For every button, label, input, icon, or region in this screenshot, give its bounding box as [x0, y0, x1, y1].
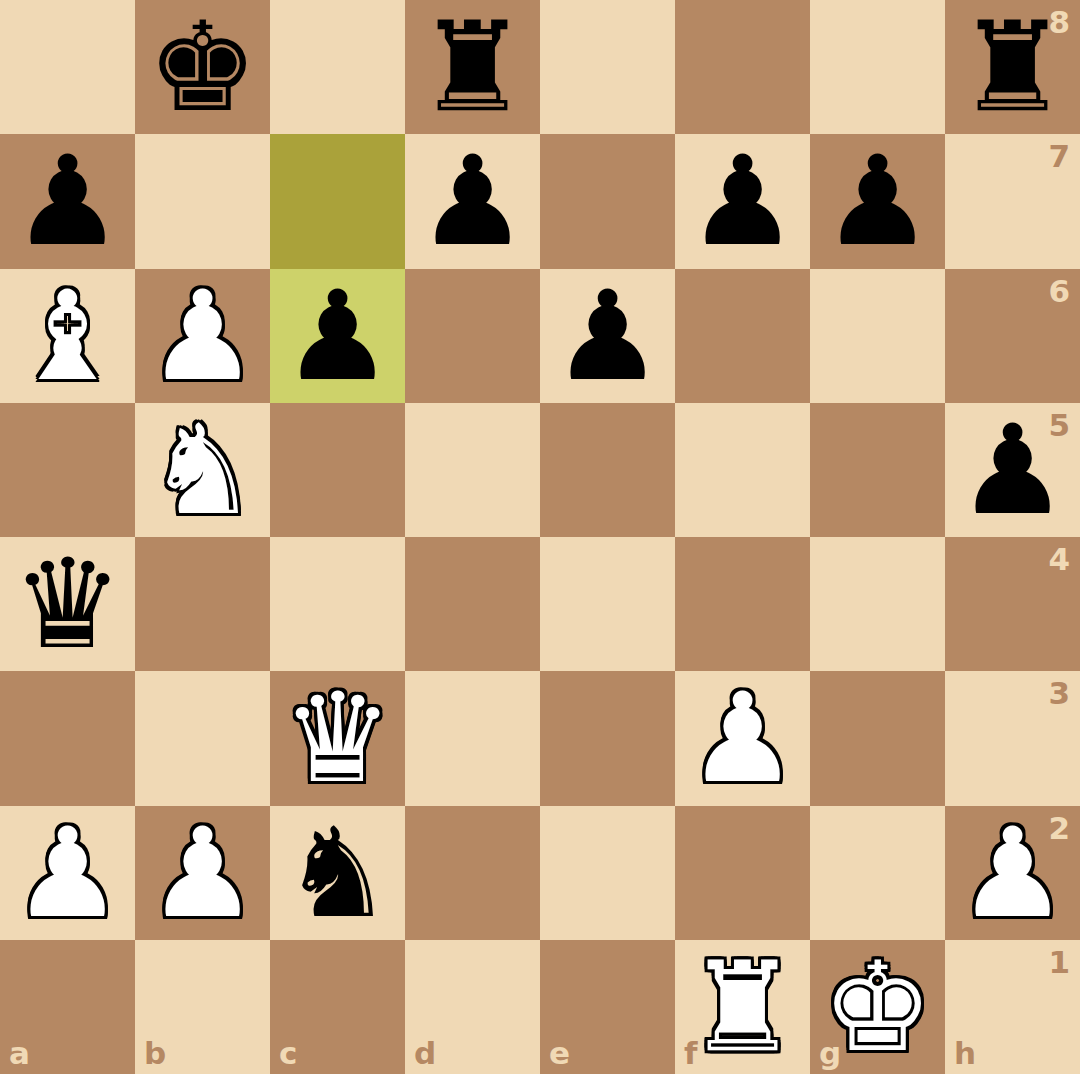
rank-label-1: 1 [1048, 947, 1070, 978]
square-d1[interactable]: d [405, 940, 540, 1074]
square-e2[interactable] [540, 806, 675, 940]
square-g5[interactable] [810, 403, 945, 537]
square-g7[interactable]: ♟ [810, 134, 945, 268]
square-h1[interactable]: 1h [945, 940, 1080, 1074]
black-pawn[interactable]: ♟ [552, 274, 663, 398]
black-pawn[interactable]: ♟ [12, 139, 123, 263]
square-f2[interactable] [675, 806, 810, 940]
square-f3[interactable]: ♟ [675, 671, 810, 805]
square-f4[interactable] [675, 537, 810, 671]
square-b3[interactable] [135, 671, 270, 805]
square-c7[interactable] [270, 134, 405, 268]
file-label-a: a [9, 1038, 30, 1069]
square-c5[interactable] [270, 403, 405, 537]
rank-label-4: 4 [1048, 544, 1070, 575]
square-f6[interactable] [675, 269, 810, 403]
white-pawn[interactable]: ♟ [147, 811, 258, 935]
square-h7[interactable]: 7 [945, 134, 1080, 268]
square-b1[interactable]: b [135, 940, 270, 1074]
square-d2[interactable] [405, 806, 540, 940]
black-pawn[interactable]: ♟ [822, 139, 933, 263]
square-a2[interactable]: ♟ [0, 806, 135, 940]
square-c8[interactable] [270, 0, 405, 134]
square-c6[interactable]: ♟ [270, 269, 405, 403]
square-e4[interactable] [540, 537, 675, 671]
white-pawn[interactable]: ♟ [957, 811, 1068, 935]
square-e1[interactable]: e [540, 940, 675, 1074]
white-rook[interactable]: ♜ [687, 945, 798, 1069]
white-pawn[interactable]: ♟ [687, 676, 798, 800]
square-h8[interactable]: 8♜ [945, 0, 1080, 134]
square-h3[interactable]: 3 [945, 671, 1080, 805]
square-c4[interactable] [270, 537, 405, 671]
square-d7[interactable]: ♟ [405, 134, 540, 268]
white-bishop[interactable]: ♝ [12, 274, 123, 398]
square-g3[interactable] [810, 671, 945, 805]
file-label-h: h [954, 1038, 976, 1069]
square-d6[interactable] [405, 269, 540, 403]
black-knight[interactable]: ♞ [282, 811, 393, 935]
square-b8[interactable]: ♚ [135, 0, 270, 134]
square-e7[interactable] [540, 134, 675, 268]
square-d8[interactable]: ♜ [405, 0, 540, 134]
file-label-b: b [144, 1038, 166, 1069]
file-label-d: d [414, 1038, 436, 1069]
square-d3[interactable] [405, 671, 540, 805]
black-pawn[interactable]: ♟ [687, 139, 798, 263]
white-knight[interactable]: ♞ [147, 408, 258, 532]
square-e3[interactable] [540, 671, 675, 805]
square-a3[interactable] [0, 671, 135, 805]
square-c3[interactable]: ♛ [270, 671, 405, 805]
square-a6[interactable]: ♝ [0, 269, 135, 403]
rank-label-7: 7 [1048, 141, 1070, 172]
black-rook[interactable]: ♜ [957, 5, 1068, 129]
square-f7[interactable]: ♟ [675, 134, 810, 268]
square-f5[interactable] [675, 403, 810, 537]
chess-board: ♚♜8♜♟♟♟♟7♝♟♟♟6♞5♟♛4♛♟3♟♟♞2♟abcdef♜g♚1h [0, 0, 1080, 1074]
square-a8[interactable] [0, 0, 135, 134]
square-a4[interactable]: ♛ [0, 537, 135, 671]
square-h4[interactable]: 4 [945, 537, 1080, 671]
white-queen[interactable]: ♛ [282, 676, 393, 800]
white-pawn[interactable]: ♟ [12, 811, 123, 935]
square-g2[interactable] [810, 806, 945, 940]
square-b2[interactable]: ♟ [135, 806, 270, 940]
square-g6[interactable] [810, 269, 945, 403]
black-king[interactable]: ♚ [147, 5, 258, 129]
square-b6[interactable]: ♟ [135, 269, 270, 403]
square-h2[interactable]: 2♟ [945, 806, 1080, 940]
file-label-e: e [549, 1038, 570, 1069]
square-g1[interactable]: g♚ [810, 940, 945, 1074]
file-label-c: c [279, 1038, 297, 1069]
square-a7[interactable]: ♟ [0, 134, 135, 268]
square-f8[interactable] [675, 0, 810, 134]
square-c1[interactable]: c [270, 940, 405, 1074]
square-f1[interactable]: f♜ [675, 940, 810, 1074]
square-d5[interactable] [405, 403, 540, 537]
black-queen[interactable]: ♛ [12, 542, 123, 666]
black-pawn[interactable]: ♟ [417, 139, 528, 263]
square-e6[interactable]: ♟ [540, 269, 675, 403]
square-e5[interactable] [540, 403, 675, 537]
white-king[interactable]: ♚ [822, 945, 933, 1069]
square-d4[interactable] [405, 537, 540, 671]
square-h5[interactable]: 5♟ [945, 403, 1080, 537]
square-g8[interactable] [810, 0, 945, 134]
square-a1[interactable]: a [0, 940, 135, 1074]
square-a5[interactable] [0, 403, 135, 537]
rank-label-6: 6 [1048, 276, 1070, 307]
square-h6[interactable]: 6 [945, 269, 1080, 403]
square-b5[interactable]: ♞ [135, 403, 270, 537]
square-c2[interactable]: ♞ [270, 806, 405, 940]
white-pawn[interactable]: ♟ [147, 274, 258, 398]
black-pawn[interactable]: ♟ [957, 408, 1068, 532]
square-g4[interactable] [810, 537, 945, 671]
square-b7[interactable] [135, 134, 270, 268]
square-b4[interactable] [135, 537, 270, 671]
black-rook[interactable]: ♜ [417, 5, 528, 129]
square-e8[interactable] [540, 0, 675, 134]
rank-label-3: 3 [1048, 678, 1070, 709]
black-pawn[interactable]: ♟ [282, 274, 393, 398]
